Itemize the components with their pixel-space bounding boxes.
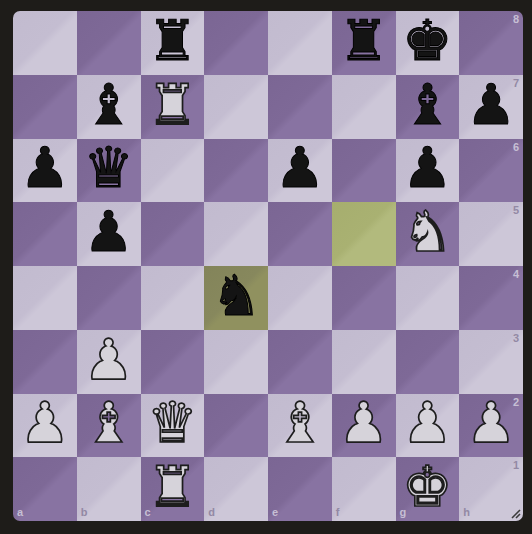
file-label-e: e (272, 507, 278, 518)
file-label-h: h (463, 507, 470, 518)
square-e1[interactable]: e (268, 457, 332, 521)
square-b7[interactable]: ♝ (77, 75, 141, 139)
square-g2[interactable]: ♟ (396, 394, 460, 458)
square-c4[interactable] (141, 266, 205, 330)
black-queen[interactable]: ♛ (77, 139, 141, 203)
white-pawn[interactable]: ♟ (396, 394, 460, 458)
square-c2[interactable]: ♛ (141, 394, 205, 458)
square-e3[interactable] (268, 330, 332, 394)
white-rook[interactable]: ♜ (141, 75, 205, 139)
square-c8[interactable]: ♜ (141, 11, 205, 75)
square-g8[interactable]: ♚ (396, 11, 460, 75)
square-c6[interactable] (141, 139, 205, 203)
square-g7[interactable]: ♝ (396, 75, 460, 139)
rank-label-8: 8 (513, 14, 519, 25)
square-h7[interactable]: 7♟ (459, 75, 523, 139)
square-e4[interactable] (268, 266, 332, 330)
square-d8[interactable] (204, 11, 268, 75)
black-pawn[interactable]: ♟ (396, 139, 460, 203)
white-bishop[interactable]: ♝ (268, 394, 332, 458)
square-d6[interactable] (204, 139, 268, 203)
square-f6[interactable] (332, 139, 396, 203)
square-b6[interactable]: ♛ (77, 139, 141, 203)
square-b5[interactable]: ♟ (77, 202, 141, 266)
file-label-a: a (17, 507, 23, 518)
white-bishop[interactable]: ♝ (77, 394, 141, 458)
square-a4[interactable] (13, 266, 77, 330)
square-f8[interactable]: ♜ (332, 11, 396, 75)
square-h6[interactable]: 6 (459, 139, 523, 203)
square-e6[interactable]: ♟ (268, 139, 332, 203)
square-a7[interactable] (13, 75, 77, 139)
black-pawn[interactable]: ♟ (13, 139, 77, 203)
black-king[interactable]: ♚ (396, 11, 460, 75)
square-f4[interactable] (332, 266, 396, 330)
square-f1[interactable]: f (332, 457, 396, 521)
black-rook[interactable]: ♜ (332, 11, 396, 75)
square-a6[interactable]: ♟ (13, 139, 77, 203)
white-pawn[interactable]: ♟ (332, 394, 396, 458)
square-c1[interactable]: c♜ (141, 457, 205, 521)
square-g4[interactable] (396, 266, 460, 330)
square-e7[interactable] (268, 75, 332, 139)
square-a8[interactable] (13, 11, 77, 75)
square-d2[interactable] (204, 394, 268, 458)
square-f2[interactable]: ♟ (332, 394, 396, 458)
square-b4[interactable] (77, 266, 141, 330)
square-g6[interactable]: ♟ (396, 139, 460, 203)
square-h8[interactable]: 8 (459, 11, 523, 75)
rank-label-1: 1 (513, 460, 519, 471)
square-d3[interactable] (204, 330, 268, 394)
white-rook[interactable]: ♜ (141, 457, 205, 521)
white-king[interactable]: ♚ (396, 457, 460, 521)
square-a1[interactable]: a (13, 457, 77, 521)
square-c7[interactable]: ♜ (141, 75, 205, 139)
square-e5[interactable] (268, 202, 332, 266)
square-h2[interactable]: 2♟ (459, 394, 523, 458)
black-pawn[interactable]: ♟ (459, 75, 523, 139)
square-d4[interactable]: ♞ (204, 266, 268, 330)
rank-label-4: 4 (513, 269, 519, 280)
square-a3[interactable] (13, 330, 77, 394)
square-h5[interactable]: 5 (459, 202, 523, 266)
file-label-d: d (208, 507, 215, 518)
white-knight[interactable]: ♞ (396, 202, 460, 266)
square-e8[interactable] (268, 11, 332, 75)
white-pawn[interactable]: ♟ (77, 330, 141, 394)
rank-label-6: 6 (513, 142, 519, 153)
black-bishop[interactable]: ♝ (77, 75, 141, 139)
square-g3[interactable] (396, 330, 460, 394)
square-d5[interactable] (204, 202, 268, 266)
square-c5[interactable] (141, 202, 205, 266)
file-label-f: f (336, 507, 340, 518)
square-g5[interactable]: ♞ (396, 202, 460, 266)
square-a5[interactable] (13, 202, 77, 266)
square-g1[interactable]: g♚ (396, 457, 460, 521)
black-pawn[interactable]: ♟ (268, 139, 332, 203)
square-f3[interactable] (332, 330, 396, 394)
square-f5[interactable] (332, 202, 396, 266)
square-b2[interactable]: ♝ (77, 394, 141, 458)
chess-board: ♜♜♚8♝♜♝7♟♟♛♟♟6♟♞5♞4♟3♟♝♛♝♟♟2♟abc♜defg♚1h (13, 11, 523, 521)
white-pawn[interactable]: ♟ (459, 394, 523, 458)
square-d7[interactable] (204, 75, 268, 139)
square-h3[interactable]: 3 (459, 330, 523, 394)
square-e2[interactable]: ♝ (268, 394, 332, 458)
board-resize-handle-icon[interactable] (508, 506, 522, 520)
black-pawn[interactable]: ♟ (77, 202, 141, 266)
black-bishop[interactable]: ♝ (396, 75, 460, 139)
white-pawn[interactable]: ♟ (13, 394, 77, 458)
square-h4[interactable]: 4 (459, 266, 523, 330)
square-b1[interactable]: b (77, 457, 141, 521)
square-d1[interactable]: d (204, 457, 268, 521)
square-b3[interactable]: ♟ (77, 330, 141, 394)
square-b8[interactable] (77, 11, 141, 75)
square-f7[interactable] (332, 75, 396, 139)
file-label-b: b (81, 507, 88, 518)
square-a2[interactable]: ♟ (13, 394, 77, 458)
rank-label-3: 3 (513, 333, 519, 344)
black-rook[interactable]: ♜ (141, 11, 205, 75)
white-queen[interactable]: ♛ (141, 394, 205, 458)
square-h1[interactable]: 1h (459, 457, 523, 521)
square-c3[interactable] (141, 330, 205, 394)
rank-label-5: 5 (513, 205, 519, 216)
black-knight[interactable]: ♞ (204, 266, 268, 330)
